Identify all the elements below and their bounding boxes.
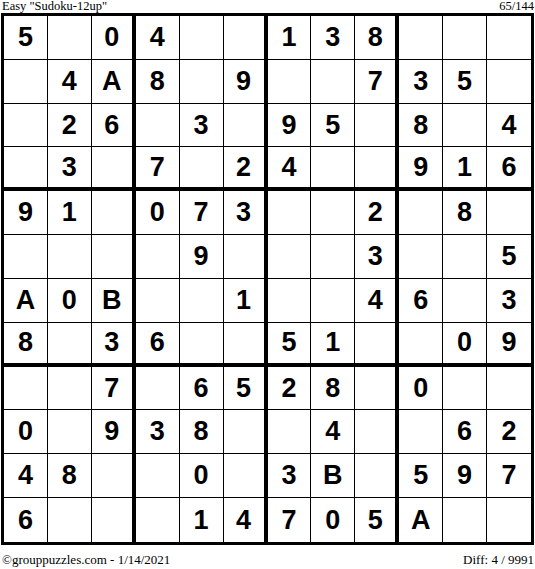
cell-r4c7[interactable]: 4 (268, 147, 312, 191)
cell-r10c10[interactable] (399, 410, 443, 454)
cell-r3c10[interactable]: 8 (399, 104, 443, 148)
cell-r1c4[interactable]: 4 (136, 16, 180, 60)
cell-r12c3[interactable] (92, 498, 136, 542)
cell-r4c9[interactable] (355, 147, 399, 191)
cell-r11c2[interactable]: 8 (48, 454, 92, 498)
cell-r6c4[interactable] (136, 235, 180, 279)
cell-r6c9[interactable]: 3 (355, 235, 399, 279)
cell-r10c1[interactable]: 0 (4, 410, 48, 454)
cell-r1c11[interactable] (443, 16, 487, 60)
cell-r5c9[interactable]: 2 (355, 191, 399, 235)
cell-r12c7[interactable]: 7 (268, 498, 312, 542)
cell-r9c11[interactable] (443, 367, 487, 411)
cell-r7c6[interactable]: 1 (224, 279, 268, 323)
cell-r6c6[interactable] (224, 235, 268, 279)
cell-r6c3[interactable] (92, 235, 136, 279)
cell-r2c4[interactable]: 8 (136, 60, 180, 104)
cell-r5c5[interactable]: 7 (180, 191, 224, 235)
cell-r10c11[interactable]: 6 (443, 410, 487, 454)
cell-r4c4[interactable]: 7 (136, 147, 180, 191)
cell-r4c6[interactable]: 2 (224, 147, 268, 191)
cell-r10c8[interactable]: 4 (311, 410, 355, 454)
copyright-text: ©grouppuzzles.com - 1/14/2021 (2, 552, 170, 567)
cell-r8c4[interactable]: 6 (136, 323, 180, 367)
cell-r12c2[interactable] (48, 498, 92, 542)
cell-r2c10[interactable]: 3 (399, 60, 443, 104)
cell-r4c10[interactable]: 9 (399, 147, 443, 191)
cell-r3c3[interactable]: 6 (92, 104, 136, 148)
cell-r1c10[interactable] (399, 16, 443, 60)
cell-r3c5[interactable]: 3 (180, 104, 224, 148)
cell-r3c2[interactable]: 2 (48, 104, 92, 148)
cell-r5c4[interactable]: 0 (136, 191, 180, 235)
cell-r10c3[interactable]: 9 (92, 410, 136, 454)
cell-r5c12[interactable] (487, 191, 531, 235)
cell-r11c3[interactable] (92, 454, 136, 498)
cell-r12c10[interactable]: A (399, 498, 443, 542)
cell-r7c2[interactable]: 0 (48, 279, 92, 323)
puzzle-counter: 65/144 (499, 0, 534, 13)
cell-r1c9[interactable]: 8 (355, 16, 399, 60)
cell-r11c5[interactable]: 0 (180, 454, 224, 498)
cell-r3c4[interactable] (136, 104, 180, 148)
cell-r2c11[interactable]: 5 (443, 60, 487, 104)
cell-r1c6[interactable] (224, 16, 268, 60)
cell-r1c3[interactable]: 0 (92, 16, 136, 60)
cell-r12c12[interactable] (487, 498, 531, 542)
cell-r6c12[interactable]: 5 (487, 235, 531, 279)
cell-r7c12[interactable]: 3 (487, 279, 531, 323)
cell-r10c7[interactable] (268, 410, 312, 454)
cell-r1c5[interactable] (180, 16, 224, 60)
cell-r8c6[interactable] (224, 323, 268, 367)
cell-r6c1[interactable] (4, 235, 48, 279)
cell-r4c5[interactable] (180, 147, 224, 191)
cell-r1c8[interactable]: 3 (311, 16, 355, 60)
cell-r2c1[interactable] (4, 60, 48, 104)
cell-r8c8[interactable]: 1 (311, 323, 355, 367)
cell-r6c11[interactable] (443, 235, 487, 279)
cell-r9c10[interactable]: 0 (399, 367, 443, 411)
cell-r11c1[interactable]: 4 (4, 454, 48, 498)
cell-r4c8[interactable] (311, 147, 355, 191)
cell-r10c2[interactable] (48, 410, 92, 454)
cell-r11c10[interactable]: 5 (399, 454, 443, 498)
cell-r8c2[interactable] (48, 323, 92, 367)
cell-r12c5[interactable]: 1 (180, 498, 224, 542)
cell-r7c4[interactable] (136, 279, 180, 323)
cell-r4c12[interactable]: 6 (487, 147, 531, 191)
cell-r9c5[interactable]: 6 (180, 367, 224, 411)
cell-r5c6[interactable]: 3 (224, 191, 268, 235)
cell-r3c11[interactable] (443, 104, 487, 148)
cell-r6c8[interactable] (311, 235, 355, 279)
cell-r5c2[interactable]: 1 (48, 191, 92, 235)
cell-r5c11[interactable]: 8 (443, 191, 487, 235)
cell-r8c5[interactable] (180, 323, 224, 367)
cell-r7c7[interactable] (268, 279, 312, 323)
cell-r11c7[interactable]: 3 (268, 454, 312, 498)
difficulty-label: Diff: 4 / 9991 (463, 552, 534, 567)
cell-r3c8[interactable]: 5 (311, 104, 355, 148)
cell-r9c6[interactable]: 5 (224, 367, 268, 411)
cell-r9c8[interactable]: 8 (311, 367, 355, 411)
header: Easy "Sudoku-12up" 65/144 (2, 0, 534, 13)
cell-r4c1[interactable] (4, 147, 48, 191)
cell-r10c6[interactable] (224, 410, 268, 454)
cell-r7c1[interactable]: A (4, 279, 48, 323)
cell-r6c7[interactable] (268, 235, 312, 279)
cell-r4c3[interactable] (92, 147, 136, 191)
cell-r2c3[interactable]: A (92, 60, 136, 104)
cell-r4c2[interactable]: 3 (48, 147, 92, 191)
cell-r9c2[interactable] (48, 367, 92, 411)
cell-r8c10[interactable] (399, 323, 443, 367)
cell-r8c1[interactable]: 8 (4, 323, 48, 367)
cell-r3c12[interactable]: 4 (487, 104, 531, 148)
cell-r12c9[interactable]: 5 (355, 498, 399, 542)
cell-r7c11[interactable] (443, 279, 487, 323)
cell-r5c7[interactable] (268, 191, 312, 235)
cell-r8c11[interactable]: 0 (443, 323, 487, 367)
cell-r2c6[interactable]: 9 (224, 60, 268, 104)
cell-r7c3[interactable]: B (92, 279, 136, 323)
cell-r12c1[interactable]: 6 (4, 498, 48, 542)
cell-r3c1[interactable] (4, 104, 48, 148)
cell-r11c12[interactable]: 7 (487, 454, 531, 498)
cell-r7c10[interactable]: 6 (399, 279, 443, 323)
cell-r8c9[interactable] (355, 323, 399, 367)
cell-r10c5[interactable]: 8 (180, 410, 224, 454)
cell-r11c9[interactable] (355, 454, 399, 498)
cell-r11c8[interactable]: B (311, 454, 355, 498)
cell-r1c1[interactable]: 5 (4, 16, 48, 60)
cell-r5c8[interactable] (311, 191, 355, 235)
cell-r9c9[interactable] (355, 367, 399, 411)
cell-r6c10[interactable] (399, 235, 443, 279)
puzzle-page: Easy "Sudoku-12up" 65/144 5041384A897352… (0, 0, 535, 569)
cell-r9c1[interactable] (4, 367, 48, 411)
cell-r12c11[interactable] (443, 498, 487, 542)
sudoku-board: 5041384A89735263958437249169107328935A0B… (1, 13, 534, 545)
cell-r4c11[interactable]: 1 (443, 147, 487, 191)
cell-r9c3[interactable]: 7 (92, 367, 136, 411)
cell-r2c7[interactable] (268, 60, 312, 104)
cell-r1c7[interactable]: 1 (268, 16, 312, 60)
cell-r5c10[interactable] (399, 191, 443, 235)
cell-r5c3[interactable] (92, 191, 136, 235)
cell-r2c12[interactable] (487, 60, 531, 104)
cell-r6c2[interactable] (48, 235, 92, 279)
cell-r1c2[interactable] (48, 16, 92, 60)
cell-r11c4[interactable] (136, 454, 180, 498)
cell-r9c7[interactable]: 2 (268, 367, 312, 411)
cell-r3c7[interactable]: 9 (268, 104, 312, 148)
cell-r8c7[interactable]: 5 (268, 323, 312, 367)
cell-r10c12[interactable]: 2 (487, 410, 531, 454)
cell-r10c9[interactable] (355, 410, 399, 454)
cell-r7c9[interactable]: 4 (355, 279, 399, 323)
cell-r10c4[interactable]: 3 (136, 410, 180, 454)
cell-r8c3[interactable]: 3 (92, 323, 136, 367)
cell-r2c9[interactable]: 7 (355, 60, 399, 104)
cell-r2c8[interactable] (311, 60, 355, 104)
page-title: Easy "Sudoku-12up" (2, 0, 107, 13)
cell-r12c4[interactable] (136, 498, 180, 542)
cell-r9c12[interactable] (487, 367, 531, 411)
cell-r7c5[interactable] (180, 279, 224, 323)
cell-r2c5[interactable] (180, 60, 224, 104)
cell-r6c5[interactable]: 9 (180, 235, 224, 279)
cell-r2c2[interactable]: 4 (48, 60, 92, 104)
cell-r8c12[interactable]: 9 (487, 323, 531, 367)
cell-r3c9[interactable] (355, 104, 399, 148)
footer: ©grouppuzzles.com - 1/14/2021 Diff: 4 / … (2, 551, 534, 567)
cell-r11c11[interactable]: 9 (443, 454, 487, 498)
cell-r1c12[interactable] (487, 16, 531, 60)
cell-r12c6[interactable]: 4 (224, 498, 268, 542)
cell-r5c1[interactable]: 9 (4, 191, 48, 235)
cell-r9c4[interactable] (136, 367, 180, 411)
cell-r3c6[interactable] (224, 104, 268, 148)
cell-r12c8[interactable]: 0 (311, 498, 355, 542)
cell-r7c8[interactable] (311, 279, 355, 323)
cell-r11c6[interactable] (224, 454, 268, 498)
